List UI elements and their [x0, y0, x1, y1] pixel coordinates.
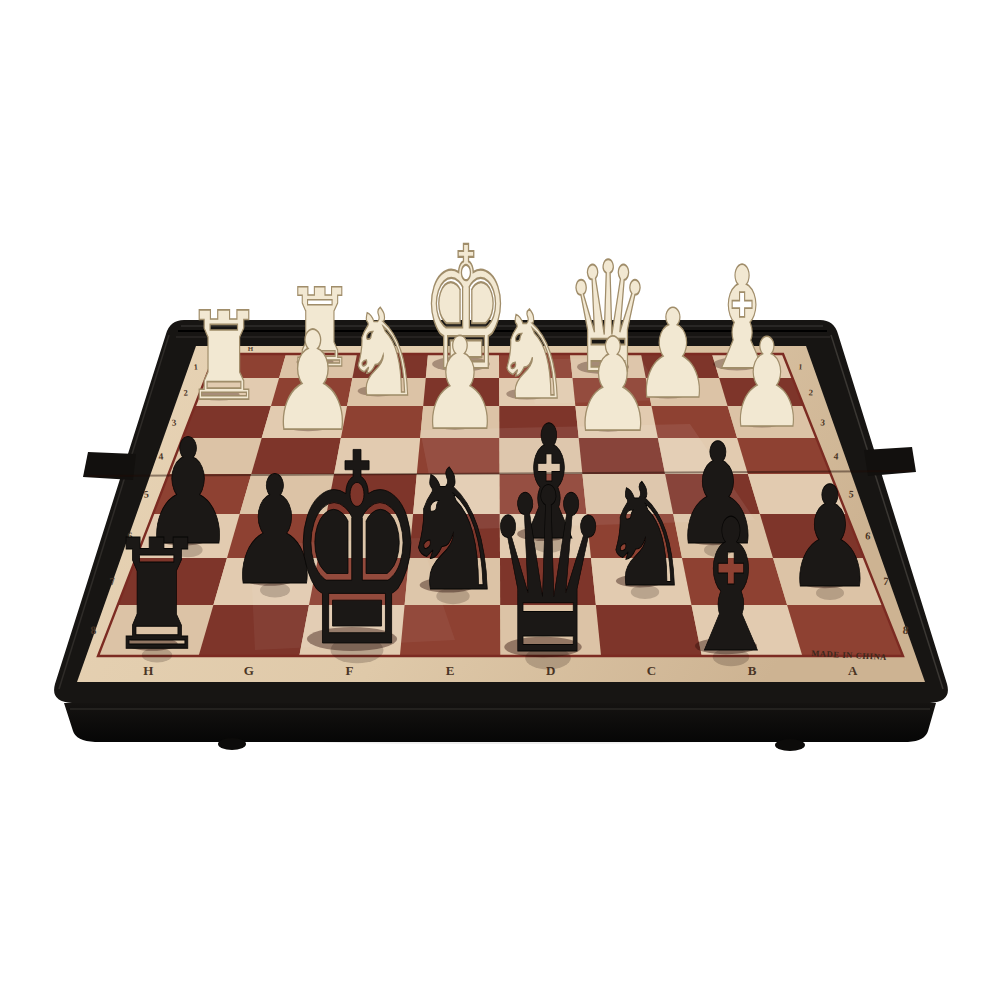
piece-glyph-queen: ♛: [485, 439, 612, 705]
product-photo-stage: HGFEDCBAHGFEDCBA1122334455667788♜♚♝♛♞♟♞♜…: [0, 0, 1000, 1000]
piece-black-bishop-b8[interactable]: ♝: [680, 481, 782, 694]
piece-black-queen-d8[interactable]: ♛: [485, 439, 612, 705]
file-label-near-E: E: [446, 663, 455, 678]
file-label-near-G: G: [244, 663, 254, 678]
piece-glyph-king: ♚: [288, 397, 426, 705]
piece-glyph-knight: ♞: [599, 453, 691, 618]
piece-glyph-rook: ♜: [108, 507, 206, 684]
piece-glyph-bishop: ♝: [680, 481, 782, 694]
piece-glyph-pawn: ♟: [785, 456, 875, 619]
board-foot-left: [218, 738, 246, 750]
file-label-near-A: A: [848, 663, 858, 678]
piece-black-rook-h8[interactable]: ♜: [108, 507, 206, 684]
piece-black-king-f8[interactable]: ♚: [288, 397, 426, 705]
rank-label-left-8: 8: [90, 624, 97, 636]
file-label-near-C: C: [647, 663, 656, 678]
piece-black-knight-c7[interactable]: ♞: [599, 453, 691, 618]
piece-black-pawn-a7[interactable]: ♟: [785, 456, 875, 619]
rank-label-right-2: 2: [808, 387, 813, 397]
chessboard-photo: HGFEDCBAHGFEDCBA1122334455667788♜♚♝♛♞♟♞♜…: [0, 0, 1000, 1000]
piece-glyph-rook: ♜: [185, 285, 264, 427]
rank-label-right-8: 8: [902, 624, 909, 636]
piece-white-rook-h2[interactable]: ♜: [185, 285, 264, 427]
board-foot-right: [775, 739, 805, 751]
